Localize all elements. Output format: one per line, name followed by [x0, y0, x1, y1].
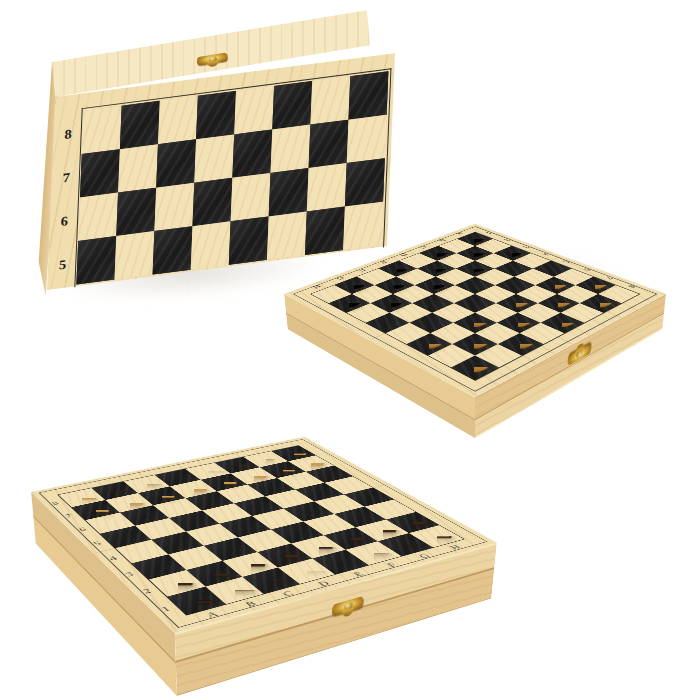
box-board-square: [76, 236, 116, 284]
box-board-square: [154, 183, 194, 231]
box-board-square: [232, 129, 272, 177]
box-board-square: [116, 188, 156, 236]
box-board-square: [78, 193, 118, 241]
box-board-square: [234, 86, 274, 134]
box-board-square: [349, 71, 389, 119]
box-board-square: [158, 96, 198, 144]
box-board-square: [272, 81, 312, 129]
box-board-square: [231, 173, 271, 221]
rank-label: 5: [49, 241, 76, 288]
box-board-square: [310, 76, 350, 124]
product-photo-canvas: 8765 87654321ABCDEFGH 87654321ABCDEFGH ♜…: [0, 0, 700, 700]
box-board-square: [191, 221, 231, 269]
latch-clasp-icon: [332, 596, 364, 617]
box-board-square: [118, 144, 158, 192]
rank-label: 8: [54, 111, 81, 158]
box-board-square: [192, 178, 232, 226]
rank-label: 6: [51, 198, 78, 245]
box-board-square: [229, 216, 269, 264]
latch-clasp-icon: [197, 52, 229, 66]
box-board-square: [120, 101, 160, 149]
rank-label: 7: [53, 154, 80, 201]
box-board-square: [80, 149, 120, 197]
box-board-square: [82, 106, 122, 154]
latch-clasp-icon: [567, 342, 591, 367]
chess-board-surface: 87654321ABCDEFGH ♜♞♝♛♚♝♞♜♟♟♟♟♟♟♟♟♟♟♟♟♟♟♟…: [31, 437, 497, 633]
box-board-square: [153, 226, 193, 274]
box-board-square: [156, 139, 196, 187]
box-board-square: [114, 231, 154, 279]
box-board-square: [194, 134, 234, 182]
box-board-square: [196, 91, 236, 139]
chess-board: 87654321ABCDEFGH ♜♞♝♛♚♝♞♜♟♟♟♟♟♟♟♟♟♟♟♟♟♟♟…: [0, 330, 540, 700]
